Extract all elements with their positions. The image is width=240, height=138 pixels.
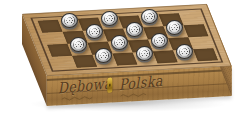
square-r0c7 [179,12,204,25]
box-lid-top [22,4,232,76]
checkerboard [38,12,218,69]
square-r3c7 [193,48,218,61]
product-photo: Dębowa Polska [0,0,240,138]
square-r1c7 [184,24,209,37]
square-r2c7 [188,36,213,49]
brass-clasp-icon [107,77,112,92]
